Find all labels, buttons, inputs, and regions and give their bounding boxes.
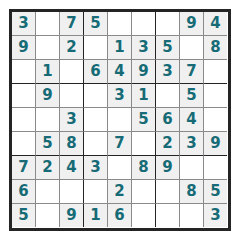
sudoku-cell-r1c4[interactable]: 5 <box>84 12 108 36</box>
sudoku-cell-r4c8[interactable]: 5 <box>180 84 204 108</box>
sudoku-cell-r1c1[interactable]: 3 <box>12 12 36 36</box>
sudoku-cell-r6c6[interactable] <box>132 132 157 157</box>
sudoku-cell-r8c6[interactable] <box>132 180 157 204</box>
sudoku-cell-r7c3[interactable]: 4 <box>60 156 85 180</box>
sudoku-cell-r8c4[interactable] <box>84 180 108 204</box>
sudoku-cell-r1c3[interactable]: 7 <box>60 12 85 36</box>
sudoku-cell-r2c2[interactable] <box>36 36 60 60</box>
sudoku-cell-r8c1[interactable]: 6 <box>12 180 36 204</box>
sudoku-cell-r3c2[interactable]: 1 <box>36 60 60 85</box>
sudoku-cell-r8c7[interactable] <box>156 180 180 204</box>
sudoku-cell-r1c9[interactable]: 4 <box>204 12 227 36</box>
sudoku-cell-r1c7[interactable] <box>156 12 180 36</box>
sudoku-cell-r3c1[interactable] <box>12 60 36 85</box>
sudoku-cell-r5c5[interactable] <box>108 108 132 132</box>
sudoku-cell-r4c1[interactable] <box>12 84 36 108</box>
sudoku-cell-r2c9[interactable]: 8 <box>204 36 227 60</box>
sudoku-cell-r3c6[interactable]: 9 <box>132 60 157 85</box>
sudoku-cell-r6c4[interactable] <box>84 132 108 157</box>
sudoku-cell-r6c5[interactable]: 7 <box>108 132 132 157</box>
sudoku-cell-r2c3[interactable]: 2 <box>60 36 85 60</box>
sudoku-cell-r3c4[interactable]: 6 <box>84 60 108 85</box>
sudoku-cell-r4c2[interactable]: 9 <box>36 84 60 108</box>
sudoku-cell-r5c7[interactable]: 6 <box>156 108 180 132</box>
sudoku-cell-r9c4[interactable]: 1 <box>84 204 108 227</box>
sudoku-cell-r4c9[interactable] <box>204 84 227 108</box>
sudoku-cell-r8c3[interactable] <box>60 180 85 204</box>
sudoku-cell-r9c8[interactable] <box>180 204 204 227</box>
sudoku-page: 3759492135816493793153564587239724389628… <box>0 0 240 240</box>
sudoku-cell-r6c8[interactable]: 3 <box>180 132 204 157</box>
sudoku-board: 3759492135816493793153564587239724389628… <box>9 9 231 231</box>
sudoku-cell-r3c5[interactable]: 4 <box>108 60 132 85</box>
sudoku-cell-r7c5[interactable] <box>108 156 132 180</box>
sudoku-cell-r6c1[interactable] <box>12 132 36 157</box>
sudoku-cell-r2c7[interactable]: 5 <box>156 36 180 60</box>
sudoku-cell-r5c6[interactable]: 5 <box>132 108 157 132</box>
sudoku-cell-r3c9[interactable] <box>204 60 227 85</box>
sudoku-cell-r3c8[interactable]: 7 <box>180 60 204 85</box>
sudoku-cell-r9c6[interactable] <box>132 204 157 227</box>
sudoku-cell-r9c2[interactable] <box>36 204 60 227</box>
sudoku-cell-r7c8[interactable] <box>180 156 204 180</box>
sudoku-cell-r5c1[interactable] <box>12 108 36 132</box>
sudoku-cell-r2c4[interactable] <box>84 36 108 60</box>
sudoku-cell-r6c9[interactable]: 9 <box>204 132 227 157</box>
sudoku-cell-r8c8[interactable]: 8 <box>180 180 204 204</box>
sudoku-cell-r2c5[interactable]: 1 <box>108 36 132 60</box>
sudoku-cell-r3c7[interactable]: 3 <box>156 60 180 85</box>
sudoku-cell-r8c5[interactable]: 2 <box>108 180 132 204</box>
sudoku-cell-r5c9[interactable] <box>204 108 227 132</box>
sudoku-cell-r9c5[interactable]: 6 <box>108 204 132 227</box>
sudoku-cell-r5c3[interactable]: 3 <box>60 108 85 132</box>
sudoku-cell-r2c1[interactable]: 9 <box>12 36 36 60</box>
sudoku-cell-r9c9[interactable]: 3 <box>204 204 227 227</box>
sudoku-cell-r9c7[interactable] <box>156 204 180 227</box>
sudoku-cell-r5c4[interactable] <box>84 108 108 132</box>
sudoku-cell-r9c3[interactable]: 9 <box>60 204 85 227</box>
sudoku-cell-r1c5[interactable] <box>108 12 132 36</box>
sudoku-cell-r7c4[interactable]: 3 <box>84 156 108 180</box>
sudoku-cell-r3c3[interactable] <box>60 60 85 85</box>
sudoku-cell-r1c8[interactable]: 9 <box>180 12 204 36</box>
sudoku-cell-r4c3[interactable] <box>60 84 85 108</box>
sudoku-cell-r2c8[interactable] <box>180 36 204 60</box>
sudoku-cell-r7c1[interactable]: 7 <box>12 156 36 180</box>
sudoku-cell-r4c4[interactable] <box>84 84 108 108</box>
sudoku-cell-r4c6[interactable]: 1 <box>132 84 157 108</box>
sudoku-cell-r7c2[interactable]: 2 <box>36 156 60 180</box>
sudoku-cell-r5c8[interactable]: 4 <box>180 108 204 132</box>
sudoku-cell-r6c7[interactable]: 2 <box>156 132 180 157</box>
sudoku-cell-r8c2[interactable] <box>36 180 60 204</box>
sudoku-cell-r6c2[interactable]: 5 <box>36 132 60 157</box>
sudoku-cell-r7c6[interactable]: 8 <box>132 156 157 180</box>
sudoku-cell-r7c7[interactable]: 9 <box>156 156 180 180</box>
sudoku-cell-r4c7[interactable] <box>156 84 180 108</box>
sudoku-cell-r8c9[interactable]: 5 <box>204 180 227 204</box>
sudoku-cell-r1c6[interactable] <box>132 12 157 36</box>
sudoku-cell-r1c2[interactable] <box>36 12 60 36</box>
sudoku-cell-r2c6[interactable]: 3 <box>132 36 157 60</box>
sudoku-cell-r7c9[interactable] <box>204 156 227 180</box>
sudoku-cell-r9c1[interactable]: 5 <box>12 204 36 227</box>
sudoku-cell-r6c3[interactable]: 8 <box>60 132 85 157</box>
sudoku-cell-r4c5[interactable]: 3 <box>108 84 132 108</box>
sudoku-cell-r5c2[interactable] <box>36 108 60 132</box>
